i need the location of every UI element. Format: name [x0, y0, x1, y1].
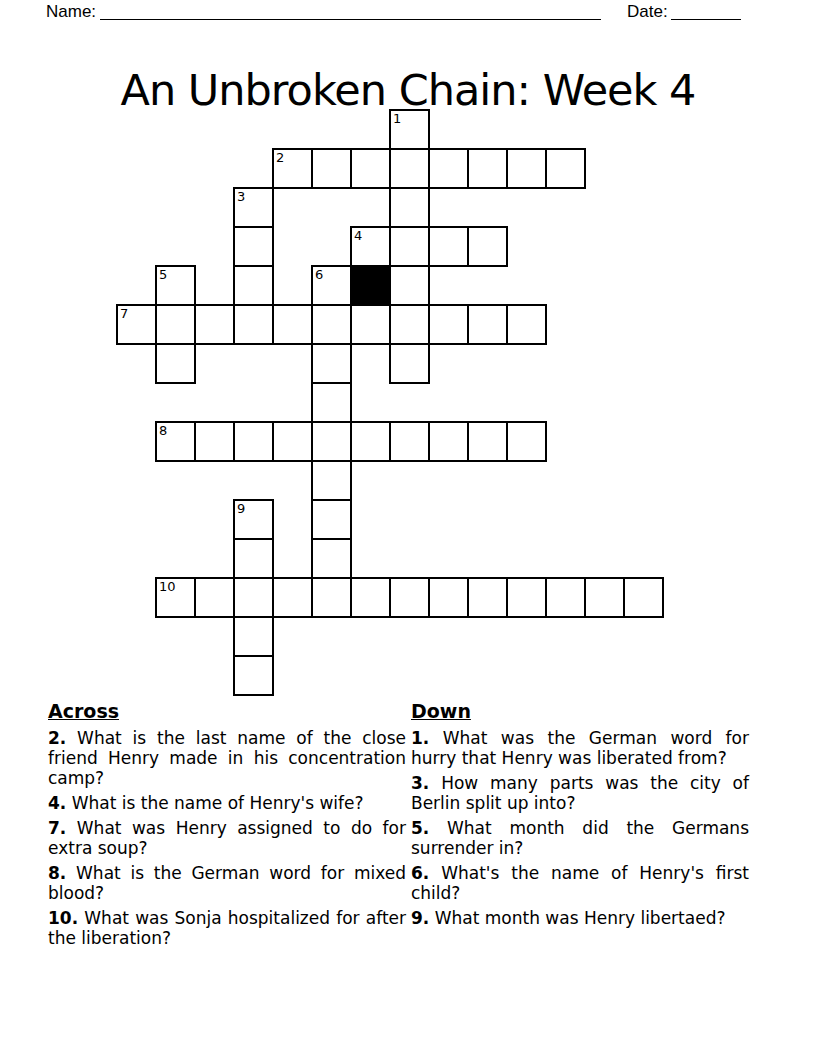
clue-number-label: 4.: [48, 793, 66, 813]
grid-cell[interactable]: [311, 421, 352, 462]
grid-cell[interactable]: [233, 499, 274, 540]
grid-cell[interactable]: [272, 304, 313, 345]
grid-cell[interactable]: [155, 304, 196, 345]
grid-cell[interactable]: [350, 577, 391, 618]
grid-cell[interactable]: [311, 343, 352, 384]
grid-cell[interactable]: [584, 577, 625, 618]
grid-cell[interactable]: [467, 304, 508, 345]
grid-cell[interactable]: [428, 148, 469, 189]
grid-cell[interactable]: [389, 577, 430, 618]
grid-cell[interactable]: [233, 187, 274, 228]
grid-cell[interactable]: [389, 304, 430, 345]
grid-cell[interactable]: [233, 616, 274, 657]
clue-across-2: 2. What is the last name of the close fr…: [48, 728, 406, 788]
grid-cell[interactable]: [545, 577, 586, 618]
clue-down-6: 6. What's the name of Henry's first chil…: [411, 863, 749, 903]
down-header: Down: [411, 700, 749, 722]
page-title: An Unbroken Chain: Week 4: [0, 67, 816, 114]
grid-cell[interactable]: [233, 577, 274, 618]
clue-number-label: 3.: [411, 773, 429, 793]
grid-cell[interactable]: [467, 148, 508, 189]
grid-cell[interactable]: [428, 304, 469, 345]
grid-cell[interactable]: [116, 304, 157, 345]
grid-cell[interactable]: [389, 148, 430, 189]
across-clue-list: 2. What is the last name of the close fr…: [48, 728, 406, 948]
clue-number-label: 7.: [48, 818, 66, 838]
clue-down-9: 9. What month was Henry libertaed?: [411, 908, 749, 928]
grid-cell[interactable]: [194, 421, 235, 462]
grid-cell[interactable]: [311, 538, 352, 579]
grid-cell[interactable]: [311, 304, 352, 345]
clue-number-label: 9.: [411, 908, 429, 928]
clue-across-8: 8. What is the German word for mixed blo…: [48, 863, 406, 903]
grid-cell[interactable]: [155, 577, 196, 618]
grid-cell[interactable]: [233, 304, 274, 345]
grid-cell[interactable]: [155, 265, 196, 306]
grid-cell[interactable]: [272, 421, 313, 462]
clue-number-label: 2.: [48, 728, 66, 748]
grid-cell[interactable]: [506, 577, 547, 618]
clue-across-10: 10. What was Sonja hospitalized for afte…: [48, 908, 406, 948]
clue-number-label: 10.: [48, 908, 78, 928]
grid-cell[interactable]: [272, 148, 313, 189]
grid-cell[interactable]: [428, 577, 469, 618]
clue-down-5: 5. What month did the Germans surrender …: [411, 818, 749, 858]
grid-cell[interactable]: [623, 577, 664, 618]
grid-cell[interactable]: [350, 226, 391, 267]
grid-cell[interactable]: [194, 304, 235, 345]
grid-cell[interactable]: [428, 226, 469, 267]
grid-cell[interactable]: [389, 421, 430, 462]
grid-cell-block: [350, 265, 391, 306]
clue-down-3: 3. How many parts was the city of Berlin…: [411, 773, 749, 813]
grid-cell[interactable]: [350, 421, 391, 462]
grid-cell[interactable]: [389, 265, 430, 306]
grid-cell[interactable]: [467, 226, 508, 267]
grid-cell[interactable]: [194, 577, 235, 618]
grid-cell[interactable]: [350, 148, 391, 189]
name-label: Name:: [46, 2, 96, 22]
grid-cell[interactable]: [311, 265, 352, 306]
grid-cell[interactable]: [389, 109, 430, 150]
across-clues-column: Across 2. What is the last name of the c…: [48, 700, 406, 953]
date-input-line: [671, 0, 741, 20]
grid-cell[interactable]: [233, 421, 274, 462]
clue-down-1: 1. What was the German word for hurry th…: [411, 728, 749, 768]
grid-cell[interactable]: [506, 421, 547, 462]
worksheet-page: Name: Date: An Unbroken Chain: Week 4 12…: [0, 0, 816, 1056]
grid-cell[interactable]: [311, 577, 352, 618]
clue-number-label: 8.: [48, 863, 66, 883]
grid-cell[interactable]: [311, 148, 352, 189]
grid-cell[interactable]: [272, 577, 313, 618]
clue-number-label: 1.: [411, 728, 429, 748]
clue-across-7: 7. What was Henry assigned to do for ext…: [48, 818, 406, 858]
grid-cell[interactable]: [506, 304, 547, 345]
grid-cell[interactable]: [389, 187, 430, 228]
grid-cell[interactable]: [350, 304, 391, 345]
clue-across-4: 4. What is the name of Henry's wife?: [48, 793, 406, 813]
grid-cell[interactable]: [233, 265, 274, 306]
grid-cell[interactable]: [311, 499, 352, 540]
grid-cell[interactable]: [233, 538, 274, 579]
date-label: Date:: [627, 2, 668, 22]
down-clue-list: 1. What was the German word for hurry th…: [411, 728, 749, 928]
grid-cell[interactable]: [155, 343, 196, 384]
grid-cell[interactable]: [311, 460, 352, 501]
clue-number-label: 5.: [411, 818, 429, 838]
grid-cell[interactable]: [233, 655, 274, 696]
grid-cell[interactable]: [389, 226, 430, 267]
grid-cell[interactable]: [233, 226, 274, 267]
crossword-grid: 12345678910: [117, 110, 665, 697]
down-clues-column: Down 1. What was the German word for hur…: [411, 700, 749, 933]
grid-cell[interactable]: [506, 148, 547, 189]
across-header: Across: [48, 700, 406, 722]
grid-cell[interactable]: [467, 577, 508, 618]
grid-cell[interactable]: [155, 421, 196, 462]
grid-cell[interactable]: [545, 148, 586, 189]
grid-cell[interactable]: [428, 421, 469, 462]
clue-number-label: 6.: [411, 863, 429, 883]
grid-cell[interactable]: [311, 382, 352, 423]
name-input-line: [100, 0, 601, 20]
grid-cell[interactable]: [389, 343, 430, 384]
grid-cell[interactable]: [467, 421, 508, 462]
